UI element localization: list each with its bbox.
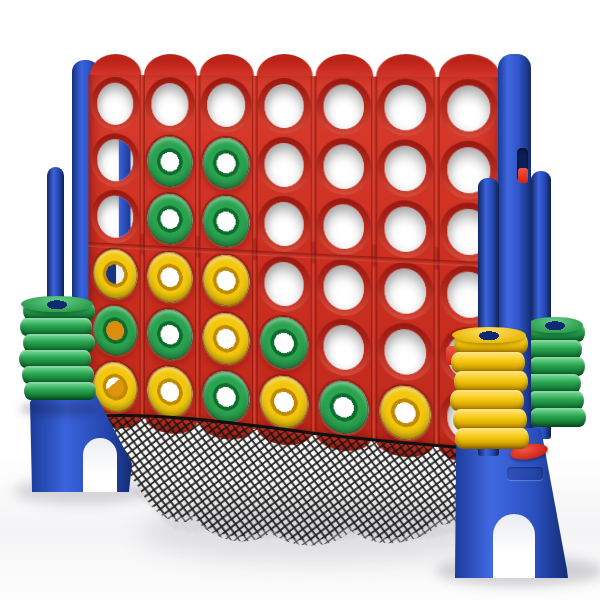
cell-r3c5[interactable] [314, 196, 375, 259]
green-ring [260, 315, 308, 371]
spare-ring-stack-right-rear-post[interactable] [527, 317, 583, 427]
cell-r4c3[interactable] [198, 250, 255, 312]
empty-hole [264, 202, 303, 248]
cell-r4c6[interactable] [374, 259, 436, 324]
green-ring [203, 195, 250, 248]
spare-green-ring [24, 382, 96, 400]
empty-hole [324, 84, 364, 129]
board-top-scallops [88, 54, 501, 77]
spare-yellow-ring [453, 409, 527, 430]
empty-hole [97, 195, 133, 239]
spare-yellow-ring [455, 428, 529, 449]
spare-yellow-ring [450, 390, 524, 411]
green-ring [203, 137, 250, 190]
spare-ring-stack-right-front-post[interactable] [452, 327, 526, 449]
top-scallop [376, 54, 435, 77]
cell-r1c3[interactable] [198, 76, 255, 135]
cell-r1c4[interactable] [255, 76, 314, 136]
empty-hole [384, 84, 426, 130]
red-release-button[interactable] [518, 168, 528, 183]
cell-r3c4[interactable] [255, 194, 314, 256]
empty-hole [151, 83, 188, 126]
cell-r2c3[interactable] [198, 134, 255, 194]
spare-yellow-ring [454, 371, 528, 392]
cell-r1c5[interactable] [314, 76, 375, 137]
empty-hole [324, 144, 364, 190]
empty-hole [207, 83, 245, 127]
cell-r1c7[interactable] [437, 77, 501, 140]
empty-hole [264, 261, 303, 307]
green-ring [147, 136, 192, 188]
cell-r2c4[interactable] [255, 135, 314, 196]
empty-hole [384, 267, 426, 315]
top-scallop [199, 54, 253, 76]
green-ring [147, 193, 192, 245]
empty-hole [264, 143, 303, 188]
cell-r4c5[interactable] [314, 255, 375, 319]
stack-top-face [21, 296, 93, 312]
cell-r5c2[interactable] [142, 304, 197, 366]
cell-r2c6[interactable] [374, 137, 436, 200]
cell-r3c6[interactable] [374, 198, 436, 262]
cell-r1c1[interactable] [88, 75, 142, 132]
spare-ring-stack-left-post[interactable] [21, 296, 93, 400]
cell-r5c5[interactable] [314, 315, 375, 380]
spare-yellow-ring [451, 352, 525, 373]
green-ring [147, 308, 192, 362]
empty-hole [97, 139, 133, 182]
empty-hole [447, 85, 490, 132]
stack-top-face [527, 317, 583, 333]
cell-r3c3[interactable] [198, 192, 255, 253]
spare-green-ring [530, 408, 586, 427]
left-stack-shadow [20, 402, 98, 416]
top-scallop [438, 54, 499, 77]
empty-hole [384, 328, 426, 376]
yellow-ring [203, 253, 250, 307]
cell-r2c2[interactable] [142, 132, 197, 191]
embossed-logo [507, 467, 543, 480]
cell-r2c1[interactable] [88, 131, 142, 189]
empty-hole [97, 82, 133, 125]
cell-r5c6[interactable] [374, 319, 436, 385]
empty-hole [384, 206, 426, 253]
top-scallop [256, 54, 312, 76]
cell-r4c4[interactable] [255, 253, 314, 316]
empty-hole [264, 84, 303, 129]
cell-r1c2[interactable] [142, 75, 197, 133]
cell-r5c1[interactable] [88, 300, 142, 361]
yellow-ring [203, 312, 250, 367]
cell-r4c1[interactable] [88, 244, 142, 304]
cell-r5c3[interactable] [198, 308, 255, 371]
cell-r2c5[interactable] [314, 136, 375, 198]
top-scallop [315, 54, 373, 76]
empty-hole [324, 324, 364, 372]
top-scallop [144, 54, 197, 76]
product-photo-scene [0, 0, 600, 600]
empty-hole [324, 264, 364, 311]
cell-r4c2[interactable] [142, 247, 197, 308]
cell-r3c2[interactable] [142, 190, 197, 250]
yellow-ring [147, 251, 192, 304]
green-ring [93, 304, 137, 357]
empty-hole [324, 204, 364, 250]
cell-r5c4[interactable] [255, 311, 314, 375]
top-scallop [90, 54, 141, 75]
empty-hole [384, 145, 426, 192]
stack-top-face [452, 327, 526, 343]
yellow-ring [93, 248, 137, 300]
cell-r3c1[interactable] [88, 188, 142, 247]
cell-r1c6[interactable] [374, 77, 436, 139]
